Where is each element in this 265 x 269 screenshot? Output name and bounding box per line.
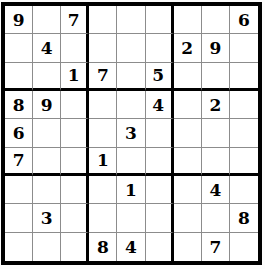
cell-r4c7[interactable] bbox=[174, 91, 202, 119]
cell-r7c1[interactable] bbox=[5, 176, 33, 204]
cell-r2c7[interactable]: 2 bbox=[174, 34, 202, 62]
cell-r6c1[interactable]: 7 bbox=[5, 148, 33, 176]
cell-r7c5[interactable]: 1 bbox=[117, 176, 145, 204]
cell-r2c9[interactable] bbox=[230, 34, 258, 62]
cell-r9c5[interactable]: 4 bbox=[117, 233, 145, 261]
cell-r5c7[interactable] bbox=[174, 119, 202, 147]
cell-r3c2[interactable] bbox=[33, 63, 61, 91]
cell-r8c1[interactable] bbox=[5, 204, 33, 232]
cell-r1c8[interactable] bbox=[202, 6, 230, 34]
cell-r4c4[interactable] bbox=[89, 91, 117, 119]
cell-r5c8[interactable] bbox=[202, 119, 230, 147]
cell-r7c9[interactable] bbox=[230, 176, 258, 204]
cell-r3c5[interactable] bbox=[117, 63, 145, 91]
cell-r9c7[interactable] bbox=[174, 233, 202, 261]
cell-r5c2[interactable] bbox=[33, 119, 61, 147]
cell-r5c4[interactable] bbox=[89, 119, 117, 147]
cell-r9c4[interactable]: 8 bbox=[89, 233, 117, 261]
cell-r9c2[interactable] bbox=[33, 233, 61, 261]
cell-r5c1[interactable]: 6 bbox=[5, 119, 33, 147]
cell-r4c9[interactable] bbox=[230, 91, 258, 119]
cell-r1c7[interactable] bbox=[174, 6, 202, 34]
cell-r5c3[interactable] bbox=[61, 119, 89, 147]
cell-r9c6[interactable] bbox=[146, 233, 174, 261]
cell-r6c2[interactable] bbox=[33, 148, 61, 176]
cell-r4c8[interactable]: 2 bbox=[202, 91, 230, 119]
sudoku-board: 976429175894263711438847 bbox=[1, 2, 262, 265]
cell-r8c3[interactable] bbox=[61, 204, 89, 232]
cell-r8c4[interactable] bbox=[89, 204, 117, 232]
cell-r4c6[interactable]: 4 bbox=[146, 91, 174, 119]
cell-r2c8[interactable]: 9 bbox=[202, 34, 230, 62]
cell-r2c6[interactable] bbox=[146, 34, 174, 62]
cell-r6c4[interactable]: 1 bbox=[89, 148, 117, 176]
cell-r1c2[interactable] bbox=[33, 6, 61, 34]
cell-r2c4[interactable] bbox=[89, 34, 117, 62]
cell-r1c1[interactable]: 9 bbox=[5, 6, 33, 34]
cell-r8c2[interactable]: 3 bbox=[33, 204, 61, 232]
cell-r6c6[interactable] bbox=[146, 148, 174, 176]
cell-r4c1[interactable]: 8 bbox=[5, 91, 33, 119]
cell-r1c5[interactable] bbox=[117, 6, 145, 34]
cell-r3c3[interactable]: 1 bbox=[61, 63, 89, 91]
cell-r5c9[interactable] bbox=[230, 119, 258, 147]
cell-r3c6[interactable]: 5 bbox=[146, 63, 174, 91]
cell-r3c1[interactable] bbox=[5, 63, 33, 91]
cell-r5c5[interactable]: 3 bbox=[117, 119, 145, 147]
cell-r4c5[interactable] bbox=[117, 91, 145, 119]
cell-r5c6[interactable] bbox=[146, 119, 174, 147]
cell-r6c7[interactable] bbox=[174, 148, 202, 176]
cell-r2c2[interactable]: 4 bbox=[33, 34, 61, 62]
cell-r8c5[interactable] bbox=[117, 204, 145, 232]
cell-r9c1[interactable] bbox=[5, 233, 33, 261]
cell-r6c9[interactable] bbox=[230, 148, 258, 176]
cell-r9c3[interactable] bbox=[61, 233, 89, 261]
cell-r7c8[interactable]: 4 bbox=[202, 176, 230, 204]
cell-r7c6[interactable] bbox=[146, 176, 174, 204]
cell-r3c7[interactable] bbox=[174, 63, 202, 91]
cell-r4c3[interactable] bbox=[61, 91, 89, 119]
cell-r6c8[interactable] bbox=[202, 148, 230, 176]
cell-r1c6[interactable] bbox=[146, 6, 174, 34]
cell-r1c3[interactable]: 7 bbox=[61, 6, 89, 34]
cell-r8c6[interactable] bbox=[146, 204, 174, 232]
cell-r3c9[interactable] bbox=[230, 63, 258, 91]
cell-r7c7[interactable] bbox=[174, 176, 202, 204]
cell-r8c7[interactable] bbox=[174, 204, 202, 232]
cell-r7c2[interactable] bbox=[33, 176, 61, 204]
cell-r6c5[interactable] bbox=[117, 148, 145, 176]
cell-r2c1[interactable] bbox=[5, 34, 33, 62]
cell-r6c3[interactable] bbox=[61, 148, 89, 176]
cell-r3c4[interactable]: 7 bbox=[89, 63, 117, 91]
cell-r3c8[interactable] bbox=[202, 63, 230, 91]
cell-r4c2[interactable]: 9 bbox=[33, 91, 61, 119]
cell-r7c4[interactable] bbox=[89, 176, 117, 204]
cell-r2c3[interactable] bbox=[61, 34, 89, 62]
cell-r1c9[interactable]: 6 bbox=[230, 6, 258, 34]
cell-r2c5[interactable] bbox=[117, 34, 145, 62]
cell-r8c8[interactable] bbox=[202, 204, 230, 232]
sudoku-page: 976429175894263711438847 bbox=[0, 0, 265, 265]
cell-r7c3[interactable] bbox=[61, 176, 89, 204]
cell-r1c4[interactable] bbox=[89, 6, 117, 34]
cell-r9c9[interactable] bbox=[230, 233, 258, 261]
cell-r9c8[interactable]: 7 bbox=[202, 233, 230, 261]
cell-r8c9[interactable]: 8 bbox=[230, 204, 258, 232]
